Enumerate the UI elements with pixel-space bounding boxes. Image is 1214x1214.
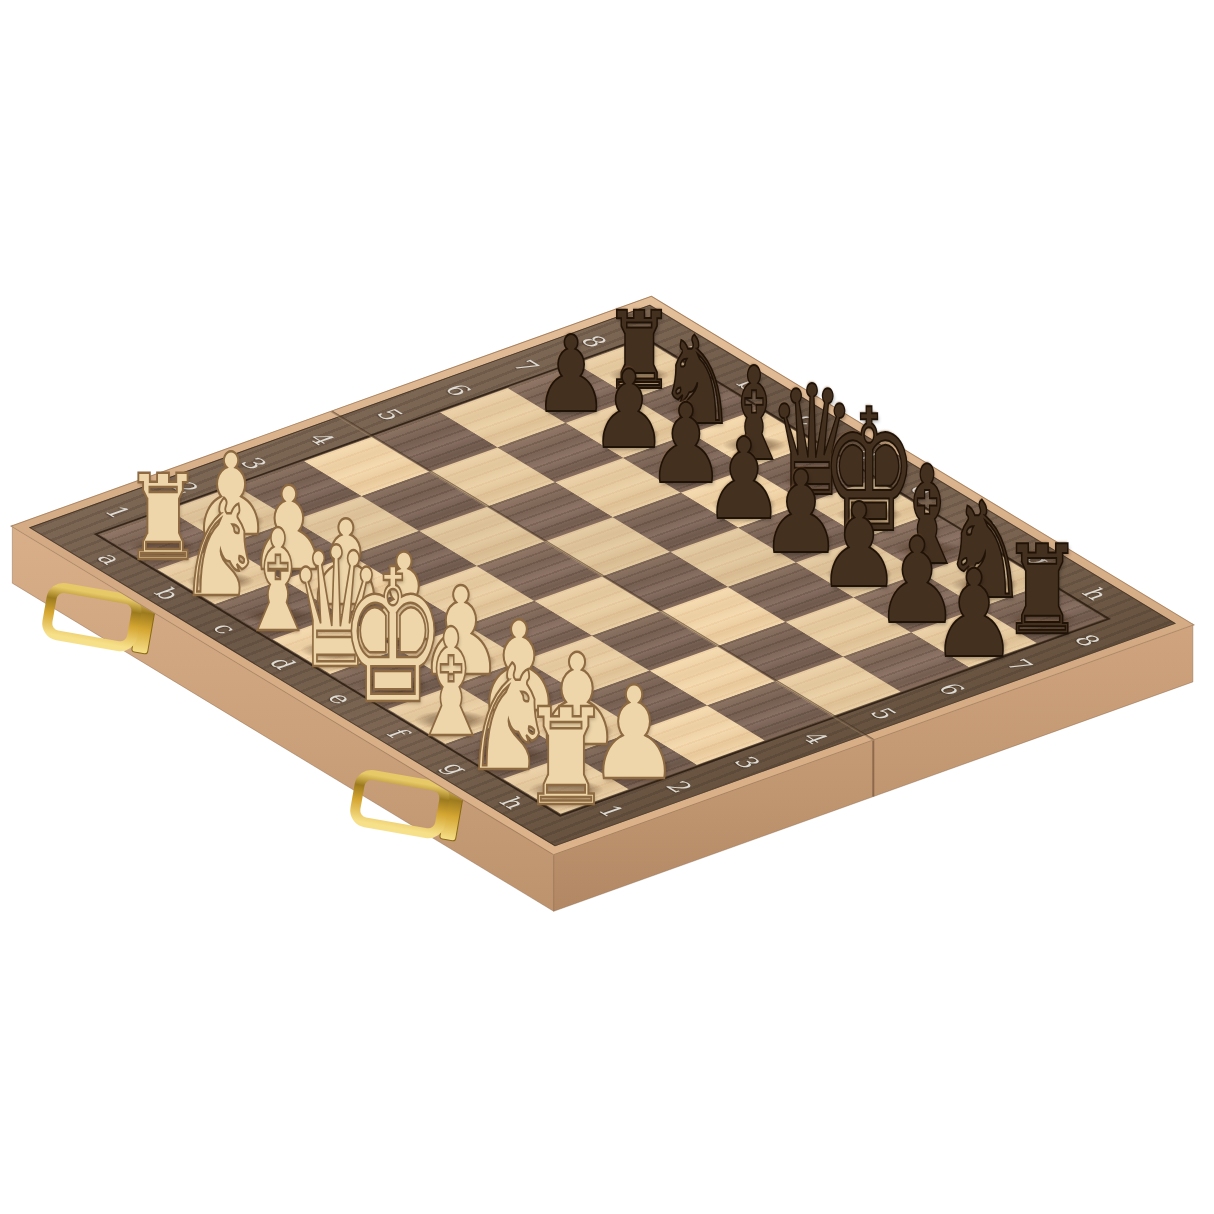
coord-label-file-c-far: c bbox=[788, 411, 826, 428]
coord-label-rank-2-left: 2 bbox=[166, 479, 206, 497]
coord-label-rank-5-left: 5 bbox=[370, 406, 410, 424]
coord-label-file-d-far: d bbox=[845, 446, 885, 464]
coord-label-rank-7-left: 7 bbox=[506, 357, 546, 375]
coord-label-file-b-near: b bbox=[147, 585, 187, 603]
coord-label-file-a-far: a bbox=[672, 341, 711, 358]
coord-label-file-g-near: g bbox=[435, 759, 475, 777]
coord-label-file-f-near: f bbox=[380, 726, 415, 740]
coord-label-rank-5-right: 5 bbox=[863, 705, 903, 723]
coord-label-file-c-near: c bbox=[205, 620, 243, 637]
coord-label-rank-4-left: 4 bbox=[302, 430, 342, 448]
coord-label-rank-4-right: 4 bbox=[795, 729, 835, 747]
product-photo-scene: aa11bb22cc33dd44ee55ff66gg77hh88 ♜♟♞♟♝♟♛… bbox=[0, 0, 1214, 1214]
coord-label-rank-7-right: 7 bbox=[999, 656, 1039, 674]
coord-label-rank-1-left: 1 bbox=[98, 504, 138, 522]
coord-label-file-b-far: b bbox=[729, 376, 769, 394]
coord-label-rank-8-left: 8 bbox=[574, 333, 614, 351]
coord-label-file-a-near: a bbox=[90, 550, 129, 567]
coord-label-rank-1-right: 1 bbox=[591, 803, 631, 821]
coord-label-file-h-near: h bbox=[493, 794, 533, 812]
coord-label-rank-3-right: 3 bbox=[727, 754, 767, 772]
coord-label-rank-6-left: 6 bbox=[438, 382, 478, 400]
coord-label-file-e-far: e bbox=[903, 481, 942, 498]
coord-label-rank-6-right: 6 bbox=[931, 681, 971, 699]
coord-label-file-f-far: f bbox=[963, 517, 998, 531]
coord-label-file-h-far: h bbox=[1075, 585, 1115, 603]
coord-label-file-g-far: g bbox=[1017, 550, 1057, 568]
coord-label-rank-8-right: 8 bbox=[1067, 632, 1107, 650]
coord-label-file-d-near: d bbox=[262, 655, 302, 673]
coord-label-rank-2-right: 2 bbox=[659, 778, 699, 796]
coord-label-rank-3-left: 3 bbox=[234, 455, 274, 473]
coord-label-file-e-near: e bbox=[320, 690, 359, 707]
